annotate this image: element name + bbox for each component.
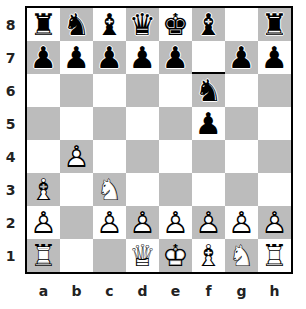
square-a5[interactable] bbox=[27, 107, 60, 140]
square-b8[interactable]: ♞ bbox=[60, 8, 93, 41]
piece-white-bishop[interactable]: ♝♗ bbox=[27, 173, 60, 206]
piece-black-king[interactable]: ♚ bbox=[159, 8, 192, 41]
square-h8[interactable]: ♜ bbox=[258, 8, 291, 41]
piece-black-pawn[interactable]: ♟ bbox=[126, 41, 159, 74]
square-c1[interactable] bbox=[93, 239, 126, 272]
piece-white-pawn[interactable]: ♟♙ bbox=[159, 206, 192, 239]
piece-black-rook[interactable]: ♜ bbox=[27, 8, 60, 41]
piece-white-pawn[interactable]: ♟♙ bbox=[27, 206, 60, 239]
piece-glyph-outline: ♗ bbox=[192, 239, 225, 272]
square-h7[interactable]: ♟ bbox=[258, 41, 291, 74]
piece-black-knight[interactable]: ♞ bbox=[192, 74, 225, 107]
piece-glyph-outline: ♙ bbox=[126, 206, 159, 239]
square-g1[interactable]: ♞♘ bbox=[225, 239, 258, 272]
piece-black-rook[interactable]: ♜ bbox=[258, 8, 291, 41]
square-h1[interactable]: ♜♖ bbox=[258, 239, 291, 272]
rank-label-5: 5 bbox=[0, 107, 21, 140]
square-g7[interactable]: ♟ bbox=[225, 41, 258, 74]
file-labels: abcdefgh bbox=[27, 281, 291, 301]
piece-glyph-outline: ♙ bbox=[225, 206, 258, 239]
piece-white-pawn[interactable]: ♟♙ bbox=[93, 206, 126, 239]
square-c8[interactable]: ♝ bbox=[93, 8, 126, 41]
piece-white-pawn[interactable]: ♟♙ bbox=[192, 206, 225, 239]
square-f5[interactable]: ♟ bbox=[192, 107, 225, 140]
square-e5[interactable] bbox=[159, 107, 192, 140]
piece-white-rook[interactable]: ♜♖ bbox=[27, 239, 60, 272]
square-h2[interactable]: ♟♙ bbox=[258, 206, 291, 239]
piece-white-rook[interactable]: ♜♖ bbox=[258, 239, 291, 272]
square-b7[interactable]: ♟ bbox=[60, 41, 93, 74]
square-h4[interactable] bbox=[258, 140, 291, 173]
square-d6[interactable] bbox=[126, 74, 159, 107]
square-a4[interactable] bbox=[27, 140, 60, 173]
piece-glyph-outline: ♘ bbox=[93, 173, 126, 206]
piece-white-bishop[interactable]: ♝♗ bbox=[192, 239, 225, 272]
rank-label-2: 2 bbox=[0, 206, 21, 239]
piece-black-pawn[interactable]: ♟ bbox=[159, 41, 192, 74]
file-label-f: f bbox=[192, 281, 225, 301]
piece-black-queen[interactable]: ♛ bbox=[126, 8, 159, 41]
piece-white-queen[interactable]: ♛♕ bbox=[126, 239, 159, 272]
rank-label-4: 4 bbox=[0, 140, 21, 173]
square-b1[interactable] bbox=[60, 239, 93, 272]
file-label-b: b bbox=[60, 281, 93, 301]
square-h6[interactable] bbox=[258, 74, 291, 107]
piece-glyph-outline: ♕ bbox=[126, 239, 159, 272]
piece-glyph-outline: ♔ bbox=[159, 239, 192, 272]
square-g6[interactable] bbox=[225, 74, 258, 107]
square-a3[interactable]: ♝♗ bbox=[27, 173, 60, 206]
square-d5[interactable] bbox=[126, 107, 159, 140]
piece-black-bishop[interactable]: ♝ bbox=[192, 8, 225, 41]
square-h5[interactable] bbox=[258, 107, 291, 140]
file-label-a: a bbox=[27, 281, 60, 301]
rank-labels: 87654321 bbox=[0, 8, 21, 272]
file-label-g: g bbox=[225, 281, 258, 301]
rank-label-1: 1 bbox=[0, 239, 21, 272]
square-d4[interactable] bbox=[126, 140, 159, 173]
piece-glyph-outline: ♙ bbox=[258, 206, 291, 239]
rank-label-6: 6 bbox=[0, 74, 21, 107]
piece-glyph-outline: ♘ bbox=[225, 239, 258, 272]
square-e3[interactable] bbox=[159, 173, 192, 206]
square-h3[interactable] bbox=[258, 173, 291, 206]
piece-white-knight[interactable]: ♞♘ bbox=[225, 239, 258, 272]
square-c4[interactable] bbox=[93, 140, 126, 173]
square-b4[interactable]: ♟♙ bbox=[60, 140, 93, 173]
square-d8[interactable]: ♛ bbox=[126, 8, 159, 41]
piece-glyph-outline: ♙ bbox=[192, 206, 225, 239]
piece-glyph-outline: ♙ bbox=[159, 206, 192, 239]
square-d1[interactable]: ♛♕ bbox=[126, 239, 159, 272]
square-c5[interactable] bbox=[93, 107, 126, 140]
square-f4[interactable] bbox=[192, 140, 225, 173]
piece-glyph-outline: ♙ bbox=[27, 206, 60, 239]
square-b3[interactable] bbox=[60, 173, 93, 206]
square-g2[interactable]: ♟♙ bbox=[225, 206, 258, 239]
square-e6[interactable] bbox=[159, 74, 192, 107]
square-a6[interactable] bbox=[27, 74, 60, 107]
file-label-h: h bbox=[258, 281, 291, 301]
square-g4[interactable] bbox=[225, 140, 258, 173]
square-c3[interactable]: ♞♘ bbox=[93, 173, 126, 206]
rank-label-8: 8 bbox=[0, 8, 21, 41]
square-d3[interactable] bbox=[126, 173, 159, 206]
piece-white-king[interactable]: ♚♔ bbox=[159, 239, 192, 272]
square-f6[interactable]: ♞ bbox=[192, 74, 225, 107]
square-f3[interactable] bbox=[192, 173, 225, 206]
file-label-c: c bbox=[93, 281, 126, 301]
piece-glyph-outline: ♖ bbox=[258, 239, 291, 272]
square-f2[interactable]: ♟♙ bbox=[192, 206, 225, 239]
square-e1[interactable]: ♚♔ bbox=[159, 239, 192, 272]
square-d2[interactable]: ♟♙ bbox=[126, 206, 159, 239]
square-f7[interactable] bbox=[192, 41, 225, 74]
piece-white-pawn[interactable]: ♟♙ bbox=[258, 206, 291, 239]
rank-label-7: 7 bbox=[0, 41, 21, 74]
piece-white-pawn[interactable]: ♟♙ bbox=[126, 206, 159, 239]
piece-black-pawn[interactable]: ♟ bbox=[258, 41, 291, 74]
file-label-d: d bbox=[126, 281, 159, 301]
square-b5[interactable] bbox=[60, 107, 93, 140]
file-label-e: e bbox=[159, 281, 192, 301]
piece-white-pawn[interactable]: ♟♙ bbox=[60, 140, 93, 173]
piece-glyph-outline: ♗ bbox=[27, 173, 60, 206]
square-a1[interactable]: ♜♖ bbox=[27, 239, 60, 272]
square-a8[interactable]: ♜ bbox=[27, 8, 60, 41]
piece-glyph-outline: ♙ bbox=[60, 140, 93, 173]
square-a2[interactable]: ♟♙ bbox=[27, 206, 60, 239]
piece-black-bishop[interactable]: ♝ bbox=[93, 8, 126, 41]
square-b6[interactable] bbox=[60, 74, 93, 107]
piece-black-knight[interactable]: ♞ bbox=[60, 8, 93, 41]
square-d7[interactable]: ♟ bbox=[126, 41, 159, 74]
square-b2[interactable] bbox=[60, 206, 93, 239]
piece-glyph-outline: ♙ bbox=[93, 206, 126, 239]
square-a7[interactable]: ♟ bbox=[27, 41, 60, 74]
square-g5[interactable] bbox=[225, 107, 258, 140]
piece-glyph-outline: ♖ bbox=[27, 239, 60, 272]
square-g8[interactable] bbox=[225, 8, 258, 41]
piece-black-pawn[interactable]: ♟ bbox=[225, 41, 258, 74]
piece-black-pawn[interactable]: ♟ bbox=[93, 41, 126, 74]
square-e8[interactable]: ♚ bbox=[159, 8, 192, 41]
square-e4[interactable] bbox=[159, 140, 192, 173]
piece-white-pawn[interactable]: ♟♙ bbox=[225, 206, 258, 239]
square-f8[interactable]: ♝ bbox=[192, 8, 225, 41]
square-f1[interactable]: ♝♗ bbox=[192, 239, 225, 272]
piece-black-pawn[interactable]: ♟ bbox=[27, 41, 60, 74]
rank-label-3: 3 bbox=[0, 173, 21, 206]
square-c7[interactable]: ♟ bbox=[93, 41, 126, 74]
piece-black-pawn[interactable]: ♟ bbox=[60, 41, 93, 74]
square-c6[interactable] bbox=[93, 74, 126, 107]
square-g3[interactable] bbox=[225, 173, 258, 206]
piece-white-knight[interactable]: ♞♘ bbox=[93, 173, 126, 206]
square-c2[interactable]: ♟♙ bbox=[93, 206, 126, 239]
chess-diagram: 87654321 ♜♞♝♛♚♝♜♟♟♟♟♟♟♟♞♟♟♙♝♗♞♘♟♙♟♙♟♙♟♙♟… bbox=[0, 0, 306, 309]
square-e7[interactable]: ♟ bbox=[159, 41, 192, 74]
board: ♜♞♝♛♚♝♜♟♟♟♟♟♟♟♞♟♟♙♝♗♞♘♟♙♟♙♟♙♟♙♟♙♟♙♟♙♜♖♛♕… bbox=[25, 6, 293, 274]
square-e2[interactable]: ♟♙ bbox=[159, 206, 192, 239]
piece-black-pawn[interactable]: ♟ bbox=[192, 107, 225, 140]
